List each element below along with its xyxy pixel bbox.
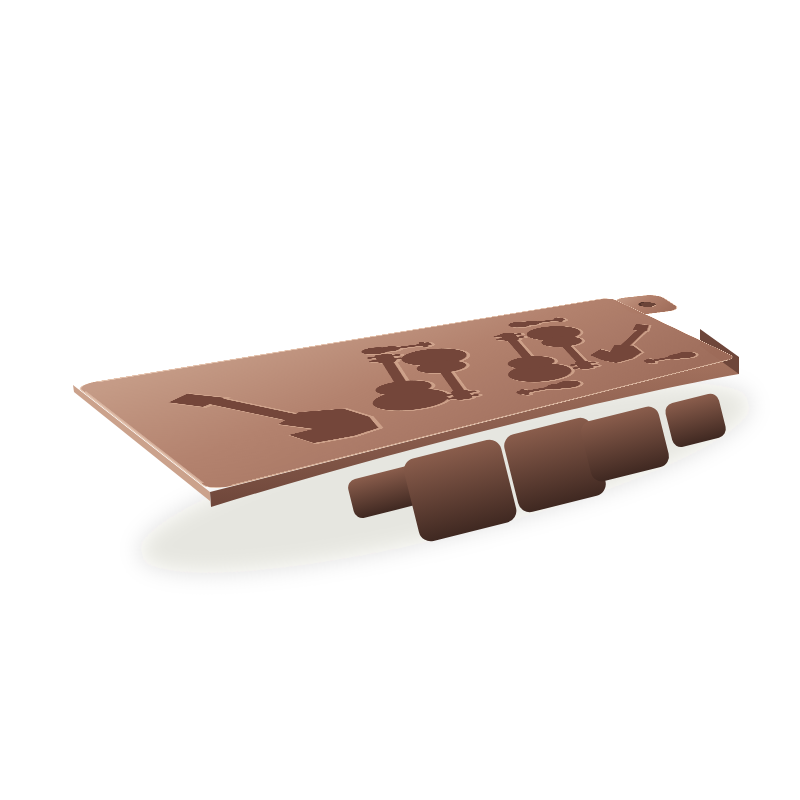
photo-canvas: [0, 0, 800, 800]
